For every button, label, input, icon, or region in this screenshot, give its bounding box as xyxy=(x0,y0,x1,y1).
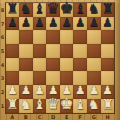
file-label-b: B xyxy=(19,113,33,120)
piece-black-pawn[interactable]: ♟ xyxy=(75,17,85,29)
file-label-a: A xyxy=(6,113,20,120)
square-c6[interactable] xyxy=(33,30,47,44)
square-a7[interactable]: ♟ xyxy=(6,17,20,31)
square-b7[interactable]: ♟ xyxy=(19,17,33,31)
piece-black-bishop[interactable]: ♝ xyxy=(33,2,45,16)
file-label-f: F xyxy=(74,113,88,120)
rank-label-3: 3 xyxy=(0,72,5,86)
square-g4[interactable] xyxy=(87,58,101,72)
square-e7[interactable]: ♟ xyxy=(60,17,74,31)
piece-black-pawn[interactable]: ♟ xyxy=(7,17,17,29)
piece-white-bishop[interactable]: ♝ xyxy=(74,98,86,112)
piece-white-bishop[interactable]: ♝ xyxy=(33,98,45,112)
file-label-g: G xyxy=(87,113,101,120)
square-g6[interactable] xyxy=(87,30,101,44)
square-g5[interactable] xyxy=(87,44,101,58)
square-a6[interactable] xyxy=(6,30,20,44)
rank-label-6: 6 xyxy=(0,30,5,44)
square-d6[interactable] xyxy=(46,30,60,44)
square-c5[interactable] xyxy=(33,44,47,58)
square-h6[interactable] xyxy=(101,30,115,44)
rank-label-4: 4 xyxy=(0,58,5,72)
square-f5[interactable] xyxy=(73,44,87,58)
piece-black-pawn[interactable]: ♟ xyxy=(102,17,112,29)
piece-white-knight[interactable]: ♞ xyxy=(20,98,32,112)
chess-app-board: ♜♞♝♛♚♝♞♜♟♟♟♟♟♟♟♟♟♟♟♟♟♟♟♟♜♞♝♛♚♝♞♜ 8765432… xyxy=(0,0,120,120)
file-label-c: C xyxy=(33,113,47,120)
piece-white-queen[interactable]: ♛ xyxy=(46,97,59,112)
piece-black-rook[interactable]: ♜ xyxy=(101,2,113,16)
piece-black-bishop[interactable]: ♝ xyxy=(74,2,86,16)
square-d4[interactable] xyxy=(46,58,60,72)
square-e1[interactable]: ♚ xyxy=(60,99,74,113)
piece-white-king[interactable]: ♚ xyxy=(60,97,74,113)
piece-black-knight[interactable]: ♞ xyxy=(88,2,100,16)
rank-label-1: 1 xyxy=(0,99,5,113)
square-d7[interactable]: ♟ xyxy=(46,17,60,31)
rank-label-8: 8 xyxy=(0,3,5,17)
square-f7[interactable]: ♟ xyxy=(73,17,87,31)
square-a4[interactable] xyxy=(6,58,20,72)
file-label-d: D xyxy=(46,113,60,120)
square-c7[interactable]: ♟ xyxy=(33,17,47,31)
square-b1[interactable]: ♞ xyxy=(19,99,33,113)
square-d5[interactable] xyxy=(46,44,60,58)
square-b5[interactable] xyxy=(19,44,33,58)
square-c4[interactable] xyxy=(33,58,47,72)
board-frame-right xyxy=(114,0,120,120)
square-e4[interactable] xyxy=(60,58,74,72)
piece-black-pawn[interactable]: ♟ xyxy=(34,17,44,29)
square-c1[interactable]: ♝ xyxy=(33,99,47,113)
piece-white-knight[interactable]: ♞ xyxy=(88,98,100,112)
piece-black-knight[interactable]: ♞ xyxy=(20,2,32,16)
square-f1[interactable]: ♝ xyxy=(73,99,87,113)
rank-label-7: 7 xyxy=(0,17,5,31)
piece-black-rook[interactable]: ♜ xyxy=(6,2,18,16)
square-e5[interactable] xyxy=(60,44,74,58)
square-h5[interactable] xyxy=(101,44,115,58)
square-d1[interactable]: ♛ xyxy=(46,99,60,113)
piece-white-rook[interactable]: ♜ xyxy=(6,98,18,112)
square-a5[interactable] xyxy=(6,44,20,58)
square-h4[interactable] xyxy=(101,58,115,72)
piece-black-pawn[interactable]: ♟ xyxy=(89,17,99,29)
square-f4[interactable] xyxy=(73,58,87,72)
square-e6[interactable] xyxy=(60,30,74,44)
rank-label-2: 2 xyxy=(0,85,5,99)
board: ♜♞♝♛♚♝♞♜♟♟♟♟♟♟♟♟♟♟♟♟♟♟♟♟♜♞♝♛♚♝♞♜ xyxy=(6,3,115,113)
file-label-e: E xyxy=(60,113,74,120)
file-label-h: H xyxy=(101,113,115,120)
square-b6[interactable] xyxy=(19,30,33,44)
square-f6[interactable] xyxy=(73,30,87,44)
square-b4[interactable] xyxy=(19,58,33,72)
square-h7[interactable]: ♟ xyxy=(101,17,115,31)
square-g7[interactable]: ♟ xyxy=(87,17,101,31)
square-a1[interactable]: ♜ xyxy=(6,99,20,113)
rank-label-5: 5 xyxy=(0,44,5,58)
piece-black-pawn[interactable]: ♟ xyxy=(48,17,58,29)
piece-black-pawn[interactable]: ♟ xyxy=(62,17,72,29)
square-g1[interactable]: ♞ xyxy=(87,99,101,113)
piece-black-pawn[interactable]: ♟ xyxy=(21,17,31,29)
square-h1[interactable]: ♜ xyxy=(101,99,115,113)
piece-white-rook[interactable]: ♜ xyxy=(101,98,113,112)
